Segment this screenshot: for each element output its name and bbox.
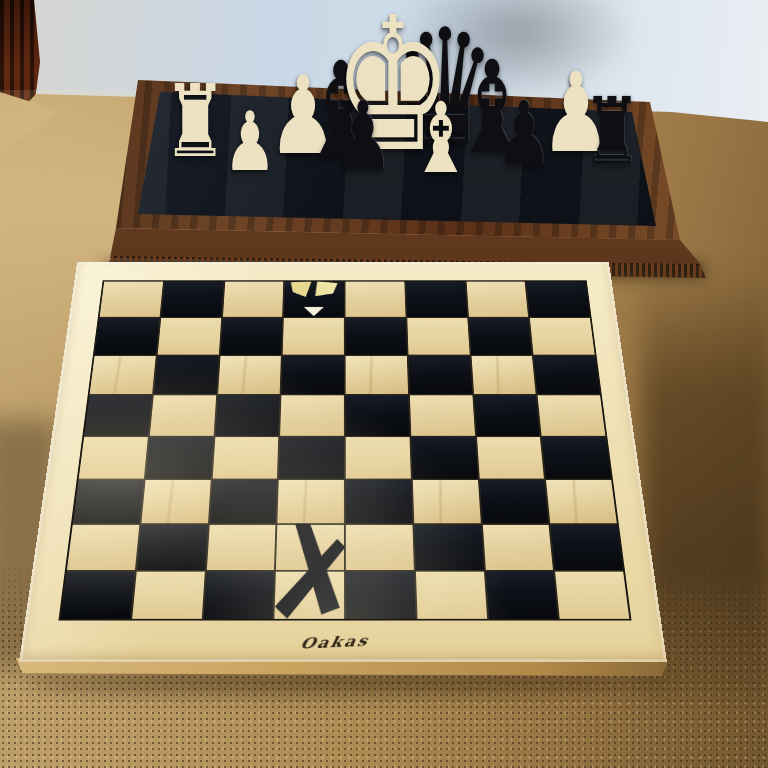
square-f3[interactable]	[413, 480, 481, 523]
square-a7[interactable]	[95, 318, 160, 355]
square-b4[interactable]	[145, 437, 213, 478]
square-e3[interactable]	[346, 480, 412, 523]
square-d6[interactable]	[282, 356, 344, 394]
board-frame: Oakas	[19, 262, 667, 662]
square-d7[interactable]	[283, 318, 344, 355]
square-h4[interactable]	[542, 437, 611, 478]
square-a3[interactable]	[73, 480, 144, 523]
square-b8[interactable]	[161, 282, 223, 317]
square-f1[interactable]	[416, 572, 487, 619]
square-h8[interactable]	[526, 282, 589, 317]
square-h2[interactable]	[551, 525, 623, 570]
square-h6[interactable]	[534, 356, 600, 394]
board-grid	[58, 280, 631, 620]
square-g2[interactable]	[482, 525, 553, 570]
square-d3[interactable]	[278, 480, 344, 523]
square-b6[interactable]	[154, 356, 219, 394]
square-b1[interactable]	[132, 572, 204, 619]
square-c3[interactable]	[209, 480, 277, 523]
square-e4[interactable]	[346, 437, 411, 478]
square-e2[interactable]	[346, 525, 414, 570]
square-e7[interactable]	[346, 318, 407, 355]
square-g6[interactable]	[471, 356, 536, 394]
square-b5[interactable]	[150, 396, 216, 436]
white-pawn[interactable]: ♟	[224, 101, 277, 183]
square-c8[interactable]	[223, 282, 284, 317]
black-pawn[interactable]: ♟	[496, 90, 553, 178]
square-c5[interactable]	[215, 396, 280, 436]
square-e6[interactable]	[346, 356, 408, 394]
square-h7[interactable]	[530, 318, 595, 355]
square-a2[interactable]	[67, 525, 139, 570]
square-a8[interactable]	[100, 282, 163, 317]
light-x-mark	[284, 282, 344, 317]
square-c6[interactable]	[218, 356, 281, 394]
square-e8[interactable]	[345, 282, 405, 317]
square-a5[interactable]	[84, 396, 151, 436]
square-a1[interactable]	[61, 572, 135, 619]
square-g8[interactable]	[466, 282, 528, 317]
square-f8[interactable]	[406, 282, 467, 317]
pine-chessboard: Oakas	[19, 262, 667, 662]
square-f7[interactable]	[407, 318, 469, 355]
square-e5[interactable]	[346, 396, 410, 436]
square-h5[interactable]	[538, 396, 606, 436]
square-b3[interactable]	[141, 480, 210, 523]
black-rook[interactable]: ♜	[582, 86, 641, 178]
square-g5[interactable]	[474, 396, 540, 436]
square-g1[interactable]	[485, 572, 558, 619]
white-rook[interactable]: ♜	[163, 72, 228, 172]
square-c4[interactable]	[212, 437, 278, 478]
square-h3[interactable]	[546, 480, 617, 523]
square-g7[interactable]	[469, 318, 532, 355]
square-e1[interactable]	[346, 572, 415, 619]
maker-signature: Oakas	[299, 632, 371, 652]
white-bishop[interactable]: ♝	[409, 89, 472, 187]
black-pawn[interactable]: ♟	[332, 89, 393, 184]
square-g4[interactable]	[476, 437, 544, 478]
square-b2[interactable]	[137, 525, 208, 570]
square-d8[interactable]	[284, 282, 344, 317]
scene-photo: ♛♟♟♜♝♝♚♟♜♟♟♝ Oakas	[0, 0, 768, 768]
square-b7[interactable]	[157, 318, 220, 355]
square-c1[interactable]	[203, 572, 274, 619]
square-d5[interactable]	[280, 396, 344, 436]
square-f6[interactable]	[408, 356, 472, 394]
square-a6[interactable]	[90, 356, 156, 394]
square-f4[interactable]	[411, 437, 477, 478]
square-d4[interactable]	[279, 437, 344, 478]
square-f5[interactable]	[410, 396, 475, 436]
square-c7[interactable]	[220, 318, 282, 355]
square-a4[interactable]	[79, 437, 148, 478]
square-g3[interactable]	[479, 480, 548, 523]
square-d2[interactable]	[276, 525, 344, 570]
square-h1[interactable]	[555, 572, 629, 619]
square-d1[interactable]	[275, 572, 344, 619]
square-c2[interactable]	[206, 525, 275, 570]
square-f2[interactable]	[414, 525, 483, 570]
